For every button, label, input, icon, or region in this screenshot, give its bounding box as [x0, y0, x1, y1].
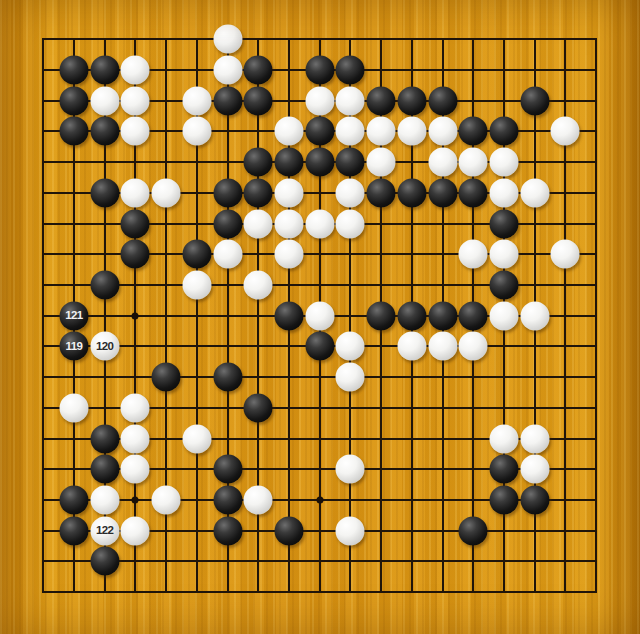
white-stone[interactable]: [213, 25, 242, 54]
black-stone[interactable]: 121: [59, 301, 88, 330]
white-stone[interactable]: [490, 240, 519, 269]
black-stone[interactable]: [121, 240, 150, 269]
white-stone[interactable]: [428, 148, 457, 177]
white-stone[interactable]: [244, 486, 273, 515]
white-stone[interactable]: 120: [90, 332, 119, 361]
white-stone[interactable]: [490, 148, 519, 177]
white-stone[interactable]: [90, 86, 119, 115]
white-stone[interactable]: [459, 332, 488, 361]
go-board-scene: 121119120122: [0, 0, 640, 634]
black-stone[interactable]: [59, 117, 88, 146]
white-stone[interactable]: [274, 117, 303, 146]
white-stone[interactable]: [428, 117, 457, 146]
star-point: [316, 497, 323, 504]
black-stone[interactable]: [367, 301, 396, 330]
white-stone[interactable]: [490, 301, 519, 330]
black-stone[interactable]: [428, 178, 457, 207]
white-stone[interactable]: [274, 178, 303, 207]
black-stone[interactable]: [121, 209, 150, 238]
black-stone[interactable]: [213, 86, 242, 115]
move-number-label: 121: [65, 310, 82, 322]
white-stone[interactable]: [520, 178, 549, 207]
black-stone[interactable]: [90, 547, 119, 576]
white-stone[interactable]: [520, 301, 549, 330]
white-stone[interactable]: [520, 455, 549, 484]
move-number-label: 119: [66, 341, 83, 353]
white-stone[interactable]: [121, 86, 150, 115]
black-stone[interactable]: [213, 209, 242, 238]
black-stone[interactable]: [59, 486, 88, 515]
white-stone[interactable]: [336, 117, 365, 146]
black-stone[interactable]: [90, 117, 119, 146]
white-stone[interactable]: [367, 117, 396, 146]
grid-line-horizontal: [42, 560, 597, 562]
black-stone[interactable]: [274, 301, 303, 330]
white-stone[interactable]: [459, 148, 488, 177]
black-stone[interactable]: [90, 424, 119, 453]
black-stone[interactable]: [459, 301, 488, 330]
black-stone[interactable]: [490, 270, 519, 299]
black-stone[interactable]: [367, 178, 396, 207]
white-stone[interactable]: [336, 332, 365, 361]
black-stone[interactable]: [59, 516, 88, 545]
white-stone[interactable]: [121, 117, 150, 146]
white-stone[interactable]: [459, 240, 488, 269]
black-stone[interactable]: [90, 55, 119, 84]
black-stone[interactable]: [520, 86, 549, 115]
white-stone[interactable]: [336, 363, 365, 392]
white-stone[interactable]: [121, 55, 150, 84]
white-stone[interactable]: [551, 117, 580, 146]
white-stone[interactable]: [397, 117, 426, 146]
black-stone[interactable]: [305, 117, 334, 146]
black-stone[interactable]: [59, 86, 88, 115]
white-stone[interactable]: [274, 209, 303, 238]
move-number-label: 120: [96, 341, 113, 353]
black-stone[interactable]: [305, 332, 334, 361]
black-stone[interactable]: [459, 516, 488, 545]
black-stone[interactable]: [213, 486, 242, 515]
black-stone[interactable]: [90, 178, 119, 207]
black-stone[interactable]: [152, 363, 181, 392]
black-stone[interactable]: [336, 55, 365, 84]
black-stone[interactable]: [244, 178, 273, 207]
white-stone[interactable]: [121, 424, 150, 453]
white-stone[interactable]: [336, 209, 365, 238]
white-stone[interactable]: [182, 117, 211, 146]
black-stone[interactable]: [244, 393, 273, 422]
white-stone[interactable]: [152, 486, 181, 515]
white-stone[interactable]: [490, 424, 519, 453]
black-stone[interactable]: [397, 301, 426, 330]
white-stone[interactable]: [244, 270, 273, 299]
white-stone[interactable]: [152, 178, 181, 207]
white-stone[interactable]: [336, 455, 365, 484]
white-stone[interactable]: [213, 55, 242, 84]
white-stone[interactable]: 122: [90, 516, 119, 545]
white-stone[interactable]: [121, 455, 150, 484]
black-stone[interactable]: [336, 148, 365, 177]
black-stone[interactable]: [367, 86, 396, 115]
white-stone[interactable]: [490, 178, 519, 207]
move-number-label: 122: [96, 525, 113, 537]
star-point: [132, 312, 139, 319]
black-stone[interactable]: [244, 148, 273, 177]
black-stone[interactable]: [490, 117, 519, 146]
white-stone[interactable]: [274, 240, 303, 269]
black-stone[interactable]: [397, 86, 426, 115]
black-stone[interactable]: [90, 270, 119, 299]
black-stone[interactable]: [459, 117, 488, 146]
black-stone[interactable]: [213, 363, 242, 392]
black-stone[interactable]: [428, 86, 457, 115]
grid-line-horizontal: [42, 376, 597, 378]
white-stone[interactable]: [551, 240, 580, 269]
white-stone[interactable]: [182, 86, 211, 115]
black-stone[interactable]: [213, 178, 242, 207]
black-stone[interactable]: [90, 455, 119, 484]
white-stone[interactable]: [305, 86, 334, 115]
grid-line-horizontal: [42, 591, 597, 593]
white-stone[interactable]: [336, 86, 365, 115]
black-stone[interactable]: [305, 148, 334, 177]
black-stone[interactable]: [182, 240, 211, 269]
white-stone[interactable]: [305, 209, 334, 238]
black-stone[interactable]: [274, 516, 303, 545]
black-stone[interactable]: [59, 55, 88, 84]
black-stone[interactable]: [490, 209, 519, 238]
white-stone[interactable]: [520, 424, 549, 453]
white-stone[interactable]: [182, 270, 211, 299]
white-stone[interactable]: [121, 516, 150, 545]
white-stone[interactable]: [90, 486, 119, 515]
white-stone[interactable]: [182, 424, 211, 453]
white-stone[interactable]: [121, 178, 150, 207]
go-board[interactable]: 121119120122: [0, 0, 640, 634]
star-point: [132, 497, 139, 504]
black-stone[interactable]: [520, 486, 549, 515]
white-stone[interactable]: [397, 332, 426, 361]
black-stone[interactable]: [459, 178, 488, 207]
white-stone[interactable]: [428, 332, 457, 361]
white-stone[interactable]: [336, 516, 365, 545]
black-stone[interactable]: [428, 301, 457, 330]
black-stone[interactable]: [244, 55, 273, 84]
white-stone[interactable]: [213, 240, 242, 269]
black-stone[interactable]: [490, 455, 519, 484]
black-stone[interactable]: [397, 178, 426, 207]
white-stone[interactable]: [121, 393, 150, 422]
black-stone[interactable]: [213, 516, 242, 545]
white-stone[interactable]: [305, 301, 334, 330]
black-stone[interactable]: [244, 86, 273, 115]
black-stone[interactable]: [274, 148, 303, 177]
black-stone[interactable]: [490, 486, 519, 515]
white-stone[interactable]: [244, 209, 273, 238]
white-stone[interactable]: [367, 148, 396, 177]
black-stone[interactable]: [213, 455, 242, 484]
black-stone[interactable]: [305, 55, 334, 84]
white-stone[interactable]: [336, 178, 365, 207]
grid-line-vertical: [595, 38, 597, 593]
white-stone[interactable]: [59, 393, 88, 422]
black-stone[interactable]: 119: [59, 332, 88, 361]
